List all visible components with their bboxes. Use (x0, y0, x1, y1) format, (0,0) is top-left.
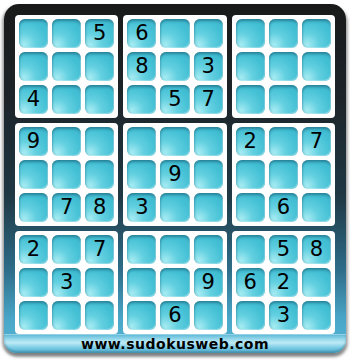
cell-r3c1[interactable]: 4 (19, 85, 48, 114)
sudoku-box-3 (232, 15, 335, 118)
cell-r7c6[interactable] (194, 235, 223, 264)
cell-r6c4[interactable]: 3 (127, 193, 156, 222)
cell-r7c7[interactable] (236, 235, 265, 264)
cell-r3c5[interactable]: 5 (160, 85, 189, 114)
sudoku-grid: 5468357978932762739658623 (15, 15, 335, 334)
cell-r1c6[interactable] (194, 19, 223, 48)
cell-r1c7[interactable] (236, 19, 265, 48)
cell-r9c3[interactable] (85, 301, 114, 330)
cell-r2c1[interactable] (19, 52, 48, 81)
cell-r6c6[interactable] (194, 193, 223, 222)
cell-r5c3[interactable] (85, 160, 114, 189)
cell-r1c3[interactable]: 5 (85, 19, 114, 48)
cell-r5c7[interactable] (236, 160, 265, 189)
cell-r8c9[interactable] (302, 268, 331, 297)
cell-r8c2[interactable]: 3 (52, 268, 81, 297)
cell-r8c5[interactable] (160, 268, 189, 297)
cell-r6c7[interactable] (236, 193, 265, 222)
cell-r4c3[interactable] (85, 127, 114, 156)
cell-r2c8[interactable] (269, 52, 298, 81)
cell-r2c3[interactable] (85, 52, 114, 81)
cell-r1c1[interactable] (19, 19, 48, 48)
cell-r9c4[interactable] (127, 301, 156, 330)
cell-r5c1[interactable] (19, 160, 48, 189)
cell-r6c5[interactable] (160, 193, 189, 222)
sudoku-box-7: 273 (15, 231, 118, 334)
cell-r1c4[interactable]: 6 (127, 19, 156, 48)
cell-r5c9[interactable] (302, 160, 331, 189)
cell-r2c5[interactable] (160, 52, 189, 81)
cell-r1c8[interactable] (269, 19, 298, 48)
cell-r4c7[interactable]: 2 (236, 127, 265, 156)
cell-r4c4[interactable] (127, 127, 156, 156)
cell-r8c6[interactable]: 9 (194, 268, 223, 297)
sudoku-box-9: 58623 (232, 231, 335, 334)
cell-r6c3[interactable]: 8 (85, 193, 114, 222)
cell-r6c1[interactable] (19, 193, 48, 222)
cell-r4c5[interactable] (160, 127, 189, 156)
cell-r5c2[interactable] (52, 160, 81, 189)
cell-r5c4[interactable] (127, 160, 156, 189)
sudoku-box-1: 54 (15, 15, 118, 118)
cell-r8c7[interactable]: 6 (236, 268, 265, 297)
cell-r9c6[interactable] (194, 301, 223, 330)
cell-r9c7[interactable] (236, 301, 265, 330)
cell-r3c7[interactable] (236, 85, 265, 114)
cell-r3c9[interactable] (302, 85, 331, 114)
cell-r7c5[interactable] (160, 235, 189, 264)
cell-r8c3[interactable] (85, 268, 114, 297)
cell-r2c6[interactable]: 3 (194, 52, 223, 81)
cell-r7c2[interactable] (52, 235, 81, 264)
cell-r4c2[interactable] (52, 127, 81, 156)
sudoku-box-5: 93 (123, 123, 226, 226)
site-url[interactable]: www.sudokusweb.com (81, 336, 269, 352)
cell-r5c8[interactable] (269, 160, 298, 189)
cell-r1c9[interactable] (302, 19, 331, 48)
cell-r4c6[interactable] (194, 127, 223, 156)
cell-r7c4[interactable] (127, 235, 156, 264)
cell-r9c2[interactable] (52, 301, 81, 330)
cell-r1c5[interactable] (160, 19, 189, 48)
cell-r3c4[interactable] (127, 85, 156, 114)
sudoku-box-4: 978 (15, 123, 118, 226)
cell-r6c9[interactable] (302, 193, 331, 222)
cell-r1c2[interactable] (52, 19, 81, 48)
sudoku-box-8: 96 (123, 231, 226, 334)
sudoku-board: 5468357978932762739658623 www.sudokusweb… (4, 4, 346, 353)
footer-bar: www.sudokusweb.com (4, 334, 346, 353)
cell-r5c6[interactable] (194, 160, 223, 189)
sudoku-box-2: 68357 (123, 15, 226, 118)
cell-r9c8[interactable]: 3 (269, 301, 298, 330)
cell-r7c9[interactable]: 8 (302, 235, 331, 264)
cell-r3c8[interactable] (269, 85, 298, 114)
cell-r2c4[interactable]: 8 (127, 52, 156, 81)
cell-r8c4[interactable] (127, 268, 156, 297)
page: 5468357978932762739658623 www.sudokusweb… (0, 0, 350, 360)
cell-r4c9[interactable]: 7 (302, 127, 331, 156)
cell-r7c8[interactable]: 5 (269, 235, 298, 264)
cell-r4c8[interactable] (269, 127, 298, 156)
cell-r9c9[interactable] (302, 301, 331, 330)
cell-r2c9[interactable] (302, 52, 331, 81)
sudoku-box-6: 276 (232, 123, 335, 226)
cell-r8c8[interactable]: 2 (269, 268, 298, 297)
cell-r8c1[interactable] (19, 268, 48, 297)
cell-r5c5[interactable]: 9 (160, 160, 189, 189)
cell-r9c5[interactable]: 6 (160, 301, 189, 330)
cell-r3c3[interactable] (85, 85, 114, 114)
cell-r7c3[interactable]: 7 (85, 235, 114, 264)
cell-r3c6[interactable]: 7 (194, 85, 223, 114)
cell-r7c1[interactable]: 2 (19, 235, 48, 264)
cell-r6c8[interactable]: 6 (269, 193, 298, 222)
cell-r4c1[interactable]: 9 (19, 127, 48, 156)
cell-r9c1[interactable] (19, 301, 48, 330)
cell-r2c2[interactable] (52, 52, 81, 81)
cell-r6c2[interactable]: 7 (52, 193, 81, 222)
cell-r3c2[interactable] (52, 85, 81, 114)
cell-r2c7[interactable] (236, 52, 265, 81)
